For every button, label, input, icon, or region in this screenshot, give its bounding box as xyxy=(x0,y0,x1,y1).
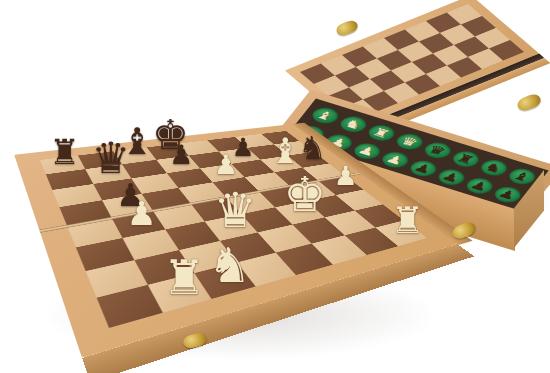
brass-clasp-lid xyxy=(335,18,360,37)
stored-white-queen: ♛ xyxy=(398,134,420,148)
white-rook-b1[interactable]: ♜ xyxy=(163,254,206,302)
black-pawn-d7[interactable]: ♟ xyxy=(169,142,193,169)
white-king-f3[interactable]: ♚ xyxy=(283,171,326,219)
stored-black-pawn: ♟ xyxy=(412,161,434,175)
white-pawn-e6[interactable]: ♟ xyxy=(214,151,238,178)
stored-black-queen: ♛ xyxy=(426,143,448,157)
chess-set-photo: ♝♞♜♛♛♜♞♝♟♟♟♟♟♟♟♟ ♜♝♚♛♟♟♞♟♟♝♟♟♛♚♜♞♜ xyxy=(0,0,550,373)
stored-black-bishop: ♝ xyxy=(511,169,533,183)
black-knight-h6[interactable]: ♞ xyxy=(298,133,326,165)
white-rook-h1[interactable]: ♜ xyxy=(391,202,424,239)
black-rook-a8[interactable]: ♜ xyxy=(49,135,80,170)
stored-black-pawn: ♟ xyxy=(496,187,518,201)
white-bishop-g6[interactable]: ♝ xyxy=(270,134,301,169)
stored-black-pawn: ♟ xyxy=(440,170,462,184)
white-knight-c1[interactable]: ♞ xyxy=(208,241,251,289)
stored-white-rook: ♜ xyxy=(370,126,392,140)
white-pawn-h4[interactable]: ♟ xyxy=(334,164,358,191)
stored-white-knight: ♞ xyxy=(342,117,364,131)
stored-black-pawn: ♟ xyxy=(468,179,490,193)
stored-white-pawn: ♟ xyxy=(384,153,406,167)
white-pawn-b4[interactable]: ♟ xyxy=(127,197,157,230)
white-queen-d3[interactable]: ♛ xyxy=(214,186,257,234)
stored-black-rook: ♜ xyxy=(454,152,476,166)
stored-white-bishop: ♝ xyxy=(314,108,336,122)
brass-clasp-box-right xyxy=(515,92,542,113)
stored-black-knight: ♞ xyxy=(482,161,504,175)
stored-white-pawn: ♟ xyxy=(356,144,378,158)
black-queen-b7[interactable]: ♛ xyxy=(91,136,130,179)
